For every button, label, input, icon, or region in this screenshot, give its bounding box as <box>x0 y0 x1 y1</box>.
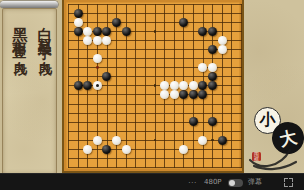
white-stone <box>83 36 92 45</box>
white-stone <box>198 136 207 145</box>
white-player-column: 白 赵晨宇 九段 <box>31 15 55 173</box>
danmaku-toggle[interactable] <box>228 179 243 187</box>
black-stone <box>74 27 83 36</box>
grid-line-h <box>68 167 242 168</box>
white-stone <box>102 36 111 45</box>
white-stone <box>93 54 102 63</box>
grid-line-v <box>241 4 242 168</box>
black-stone <box>218 136 227 145</box>
black-stone <box>102 27 111 36</box>
black-stone <box>208 27 217 36</box>
black-stone <box>189 90 198 99</box>
grid-line-h <box>68 131 242 132</box>
grid-line-h <box>68 158 242 159</box>
white-player-name: 赵晨宇 <box>37 27 53 36</box>
white-stone <box>122 145 131 154</box>
white-stone <box>189 81 198 90</box>
scroll-paper: 白 赵晨宇 九段 黑 卞相壹 九段 <box>2 8 57 175</box>
hint-marker <box>96 66 99 69</box>
more-options-button[interactable]: ⋯ <box>188 174 197 190</box>
black-stone <box>208 81 217 90</box>
black-stone <box>122 27 131 36</box>
go-board <box>62 0 244 173</box>
star-point <box>154 139 157 142</box>
danmaku-label: 弹幕 <box>248 174 262 190</box>
grid-line-h <box>68 113 242 114</box>
logo-red-seal: 围棋 <box>252 152 261 161</box>
white-stone <box>93 36 102 45</box>
white-stone <box>83 145 92 154</box>
star-point <box>154 84 157 87</box>
black-stone <box>198 27 207 36</box>
black-stone <box>102 72 111 81</box>
right-margin-panel: 小 大 围棋 <box>244 0 304 173</box>
black-stone <box>208 45 217 54</box>
black-stone <box>208 72 217 81</box>
white-stone <box>170 81 179 90</box>
white-stone <box>218 45 227 54</box>
black-stone <box>74 9 83 18</box>
fullscreen-icon[interactable] <box>284 178 293 187</box>
grid-line-h <box>68 104 242 105</box>
logo-small-char: 小 <box>260 110 276 131</box>
white-stone <box>179 81 188 90</box>
star-point <box>154 30 157 33</box>
white-stone <box>74 18 83 27</box>
white-stone <box>179 145 188 154</box>
scroll-roller-decoration <box>0 1 58 8</box>
white-stone <box>160 81 169 90</box>
black-stone <box>112 18 121 27</box>
grid-line-h <box>68 149 242 150</box>
white-stone <box>218 36 227 45</box>
grid-line-h <box>68 94 242 95</box>
quality-selector[interactable]: 480P <box>204 174 222 190</box>
black-stone <box>179 18 188 27</box>
white-stone <box>160 90 169 99</box>
black-player-name: 卞相壹 <box>12 27 28 36</box>
white-stone <box>93 136 102 145</box>
black-stone <box>93 27 102 36</box>
video-stage[interactable]: 白 赵晨宇 九段 黑 卞相壹 九段 小 大 围棋 ⋯ 480P 弹幕 <box>0 0 304 190</box>
video-player-bar: ⋯ 480P 弹幕 <box>0 173 304 190</box>
black-player-rank: 九段 <box>13 50 28 54</box>
grid-line-v <box>231 4 232 168</box>
black-stone <box>198 90 207 99</box>
black-stone <box>208 117 217 126</box>
white-stone <box>170 90 179 99</box>
black-stone <box>179 90 188 99</box>
white-stone <box>198 63 207 72</box>
black-stone <box>198 81 207 90</box>
black-stone <box>74 81 83 90</box>
black-stone <box>102 145 111 154</box>
white-stone <box>112 136 121 145</box>
black-stone <box>189 117 198 126</box>
player-info-panel: 白 赵晨宇 九段 黑 卞相壹 九段 <box>0 0 62 173</box>
white-player-rank: 九段 <box>38 50 53 54</box>
black-player-column: 黑 卞相壹 九段 <box>6 15 30 173</box>
toggle-knob <box>229 180 235 186</box>
black-stone <box>83 81 92 90</box>
white-stone <box>83 27 92 36</box>
white-stone <box>208 63 217 72</box>
